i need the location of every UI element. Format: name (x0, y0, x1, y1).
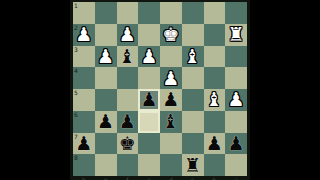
file-label-d: d (160, 176, 182, 180)
square-a3[interactable] (225, 46, 247, 68)
chess-board: 12♟♟♚♜3♟♝♟♝4♟5♟♟♝♟6♟♟♝7♟♚♟♟8♜ (73, 2, 247, 176)
rank-label-6: 6 (74, 111, 78, 118)
square-f3[interactable]: ♝ (117, 46, 139, 68)
black-pawn-piece: ♟ (162, 89, 179, 110)
square-f4[interactable] (117, 67, 139, 89)
square-b3[interactable] (204, 46, 226, 68)
file-label-h: h (73, 176, 95, 180)
black-pawn-piece: ♟ (206, 132, 223, 153)
square-h3[interactable]: 3 (73, 46, 95, 68)
square-a5[interactable]: ♟ (225, 89, 247, 111)
square-a6[interactable] (225, 111, 247, 133)
square-g6[interactable]: ♟ (95, 111, 117, 133)
square-e3[interactable]: ♟ (138, 46, 160, 68)
file-labels-strip: hgfedcba (73, 176, 247, 180)
square-h7[interactable]: 7♟ (73, 133, 95, 155)
rank-label-2: 2 (74, 24, 78, 31)
square-e4[interactable] (138, 67, 160, 89)
right-black-bar (250, 0, 320, 180)
square-e7[interactable] (138, 133, 160, 155)
file-label-b: b (204, 176, 226, 180)
white-king-piece: ♚ (162, 24, 179, 45)
black-pawn-piece: ♟ (141, 89, 158, 110)
square-h8[interactable]: 8 (73, 154, 95, 176)
square-e1[interactable] (138, 2, 160, 24)
square-f7[interactable]: ♚ (117, 133, 139, 155)
black-pawn-piece: ♟ (97, 111, 114, 132)
square-d3[interactable] (160, 46, 182, 68)
black-pawn-piece: ♟ (119, 111, 136, 132)
rank-label-1: 1 (74, 2, 78, 9)
file-label-c: c (182, 176, 204, 180)
black-rook-piece: ♜ (184, 154, 201, 175)
square-f2[interactable]: ♟ (117, 24, 139, 46)
file-label-g: g (95, 176, 117, 180)
square-g2[interactable] (95, 24, 117, 46)
square-d5[interactable]: ♟ (160, 89, 182, 111)
black-bishop-piece: ♝ (162, 111, 179, 132)
rank-label-5: 5 (74, 89, 78, 96)
square-d2[interactable]: ♚ (160, 24, 182, 46)
rank-label-4: 4 (74, 67, 78, 74)
white-bishop-piece: ♝ (184, 45, 201, 66)
rank-label-7: 7 (74, 133, 78, 140)
square-b1[interactable] (204, 2, 226, 24)
square-a8[interactable] (225, 154, 247, 176)
square-c8[interactable]: ♜ (182, 154, 204, 176)
square-h1[interactable]: 1 (73, 2, 95, 24)
square-b5[interactable]: ♝ (204, 89, 226, 111)
white-bishop-piece: ♝ (206, 89, 223, 110)
square-b2[interactable] (204, 24, 226, 46)
square-a7[interactable]: ♟ (225, 133, 247, 155)
rank-label-8: 8 (74, 154, 78, 161)
white-rook-piece: ♜ (228, 24, 245, 45)
square-c3[interactable]: ♝ (182, 46, 204, 68)
square-h4[interactable]: 4 (73, 67, 95, 89)
file-label-a: a (225, 176, 247, 180)
square-d6[interactable]: ♝ (160, 111, 182, 133)
white-pawn-piece: ♟ (97, 45, 114, 66)
square-h5[interactable]: 5 (73, 89, 95, 111)
square-b6[interactable] (204, 111, 226, 133)
white-pawn-piece: ♟ (162, 67, 179, 88)
square-a1[interactable] (225, 2, 247, 24)
square-f1[interactable] (117, 2, 139, 24)
left-black-bar (0, 0, 70, 180)
square-a2[interactable]: ♜ (225, 24, 247, 46)
square-e5[interactable]: ♟ (138, 89, 160, 111)
square-f6[interactable]: ♟ (117, 111, 139, 133)
black-pawn-piece: ♟ (228, 132, 245, 153)
file-label-f: f (117, 176, 139, 180)
file-label-e: e (138, 176, 160, 180)
white-pawn-piece: ♟ (141, 45, 158, 66)
square-g4[interactable] (95, 67, 117, 89)
square-c2[interactable] (182, 24, 204, 46)
square-g8[interactable] (95, 154, 117, 176)
square-g7[interactable] (95, 133, 117, 155)
square-g5[interactable] (95, 89, 117, 111)
square-e6[interactable] (138, 111, 160, 133)
square-f8[interactable] (117, 154, 139, 176)
square-e2[interactable] (138, 24, 160, 46)
square-d8[interactable] (160, 154, 182, 176)
screenshot-stage: 12♟♟♚♜3♟♝♟♝4♟5♟♟♝♟6♟♟♝7♟♚♟♟8♜ hgfedcba (0, 0, 320, 180)
square-g1[interactable] (95, 2, 117, 24)
black-king-piece: ♚ (119, 132, 136, 153)
square-c7[interactable] (182, 133, 204, 155)
square-c6[interactable] (182, 111, 204, 133)
rank-label-3: 3 (74, 46, 78, 53)
square-c4[interactable] (182, 67, 204, 89)
square-a4[interactable] (225, 67, 247, 89)
square-d1[interactable] (160, 2, 182, 24)
square-b8[interactable] (204, 154, 226, 176)
white-pawn-piece: ♟ (228, 89, 245, 110)
square-d7[interactable] (160, 133, 182, 155)
square-d4[interactable]: ♟ (160, 67, 182, 89)
square-e8[interactable] (138, 154, 160, 176)
square-h2[interactable]: 2♟ (73, 24, 95, 46)
square-c5[interactable] (182, 89, 204, 111)
square-b7[interactable]: ♟ (204, 133, 226, 155)
square-h6[interactable]: 6 (73, 111, 95, 133)
square-g3[interactable]: ♟ (95, 46, 117, 68)
black-bishop-piece: ♝ (119, 45, 136, 66)
chess-board-frame: 12♟♟♚♜3♟♝♟♝4♟5♟♟♝♟6♟♟♝7♟♚♟♟8♜ (70, 0, 250, 180)
square-b4[interactable] (204, 67, 226, 89)
square-c1[interactable] (182, 2, 204, 24)
square-f5[interactable] (117, 89, 139, 111)
white-pawn-piece: ♟ (119, 24, 136, 45)
